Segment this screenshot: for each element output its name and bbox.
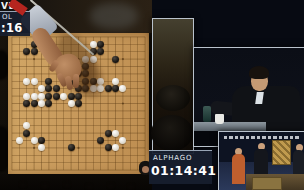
black-stone: [105, 130, 112, 137]
white-cup: [215, 114, 224, 124]
white-stone: [31, 78, 38, 85]
black-stone: [31, 100, 38, 107]
white-stone: [38, 100, 45, 107]
white-stone: [90, 41, 97, 48]
black-stone: [112, 56, 119, 63]
bowl-in-panel: [156, 85, 190, 111]
near-table-edge: [0, 174, 152, 190]
black-stone: [68, 93, 75, 100]
studio-camera-panel: [218, 131, 304, 190]
top-player-time: :16: [1, 21, 23, 35]
black-stone: [45, 93, 52, 100]
white-stone: [60, 93, 67, 100]
player-table: [194, 122, 266, 131]
background-person-face: [142, 166, 149, 173]
blurred-stones-row: [20, 182, 26, 187]
player-hair: [249, 66, 269, 79]
white-stone: [23, 93, 30, 100]
black-stone: [68, 144, 75, 151]
white-stone: [31, 137, 38, 144]
caption-text-blur: [224, 136, 300, 139]
top-player-name: OL: [2, 13, 12, 21]
black-stone: [31, 48, 38, 55]
white-stone: [23, 78, 30, 85]
black-stone: [53, 93, 60, 100]
white-stone: [112, 78, 119, 85]
bottom-player-clock: ALPHAGO 01:14:41: [149, 150, 212, 184]
white-stone: [38, 93, 45, 100]
white-stone: [31, 93, 38, 100]
black-stone: [75, 93, 82, 100]
black-stone: [75, 100, 82, 107]
bottom-player-name: ALPHAGO: [153, 154, 192, 162]
black-stone: [23, 130, 30, 137]
desk-gold-panel: [252, 177, 282, 190]
black-stone: [38, 137, 45, 144]
white-stone: [68, 100, 75, 107]
black-stone: [105, 144, 112, 151]
side-camera-panel: [152, 18, 194, 154]
broadcast-frame: OL :16 VE ALPHAGO 01:14:41: [0, 0, 304, 190]
bowl-in-panel: [151, 115, 193, 151]
white-stone: [16, 137, 23, 144]
bottom-player-time: 01:14:41: [151, 163, 216, 178]
gold-artwork: [272, 140, 291, 165]
finger: [73, 74, 79, 88]
stone-bowl-lid-blur: [90, 3, 138, 29]
black-stone: [97, 41, 104, 48]
black-stone: [53, 85, 60, 92]
top-player-clock: OL :16: [0, 11, 30, 36]
host-orange-jacket: [232, 154, 245, 184]
drink-can: [203, 106, 211, 122]
white-stone: [112, 130, 119, 137]
black-stone: [105, 85, 112, 92]
